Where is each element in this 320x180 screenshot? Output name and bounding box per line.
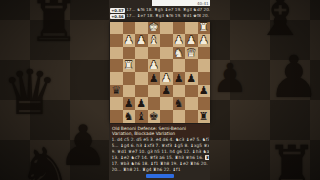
square[interactable] bbox=[185, 59, 198, 72]
square[interactable] bbox=[185, 110, 198, 123]
black-piece[interactable]: ♟ bbox=[124, 98, 134, 109]
video-frame: ♜♝♛♟♟♟♞♜ 40:41 +0.5717... ♞f6 18. ♜g5 ♝e… bbox=[0, 0, 320, 180]
square[interactable] bbox=[148, 97, 161, 110]
square[interactable]: ♜ bbox=[198, 22, 211, 35]
black-piece[interactable]: ♟ bbox=[199, 85, 209, 96]
square[interactable] bbox=[185, 97, 198, 110]
square[interactable]: ♟ bbox=[123, 34, 136, 47]
square[interactable]: ♞ bbox=[123, 110, 136, 123]
black-piece[interactable]: ♟ bbox=[161, 85, 171, 96]
square[interactable] bbox=[110, 110, 123, 123]
square[interactable]: ♝ bbox=[148, 34, 161, 47]
black-piece[interactable]: ♟ bbox=[149, 72, 159, 83]
square[interactable] bbox=[135, 22, 148, 35]
square[interactable] bbox=[160, 59, 173, 72]
black-piece[interactable]: ♟ bbox=[174, 72, 184, 83]
square[interactable]: ♟ bbox=[135, 34, 148, 47]
move-list[interactable]: 1. d4 c5 2. d5 e5 3. e4 d6 4. ♞c3 ♝e7 5.… bbox=[110, 137, 210, 174]
square[interactable]: ♟ bbox=[148, 59, 161, 72]
square[interactable]: ♝ bbox=[135, 110, 148, 123]
engine-line[interactable]: +0.5617... ♝e7 18. ♜g3 ♞f6 19. ♛d1 ♚f8 2… bbox=[110, 14, 210, 20]
white-piece[interactable]: ♜ bbox=[199, 22, 209, 33]
white-piece[interactable]: ♟ bbox=[124, 34, 134, 45]
square[interactable] bbox=[160, 47, 173, 60]
timestamp: 40:41 bbox=[197, 1, 210, 6]
square[interactable] bbox=[198, 47, 211, 60]
black-piece[interactable]: ♞ bbox=[124, 110, 134, 121]
square[interactable] bbox=[185, 85, 198, 98]
black-piece[interactable]: ♚ bbox=[149, 110, 159, 121]
square[interactable]: ♟ bbox=[198, 85, 211, 98]
move-list-line[interactable]: 5... ♝g4 6. h3 ♝xf3 7. ♛xf3 ♝g5 8. ♝xg5 … bbox=[112, 143, 209, 149]
square[interactable] bbox=[160, 97, 173, 110]
square[interactable] bbox=[198, 59, 211, 72]
square[interactable] bbox=[110, 22, 123, 35]
square[interactable] bbox=[198, 97, 211, 110]
square[interactable] bbox=[110, 34, 123, 47]
black-piece[interactable]: ♟ bbox=[186, 72, 196, 83]
square[interactable]: ♜ bbox=[198, 110, 211, 123]
square[interactable]: ♛ bbox=[110, 85, 123, 98]
square[interactable]: ♟ bbox=[185, 72, 198, 85]
square[interactable] bbox=[135, 47, 148, 60]
black-piece[interactable]: ♛ bbox=[111, 85, 121, 96]
white-piece[interactable]: ♞ bbox=[174, 47, 184, 58]
engine-line-moves: 17... ♞f6 18. ♜g5 ♝e7 19. ♜g3 ♞d7 20. ♛d… bbox=[126, 8, 210, 13]
white-piece[interactable]: ♟ bbox=[199, 34, 209, 45]
square[interactable]: ♞ bbox=[173, 47, 186, 60]
square[interactable]: ♟ bbox=[123, 97, 136, 110]
bottom-blue-bar[interactable] bbox=[146, 174, 174, 178]
black-piece[interactable]: ♟ bbox=[136, 98, 146, 109]
white-piece[interactable]: ♟ bbox=[161, 72, 171, 83]
square[interactable]: ♟ bbox=[160, 85, 173, 98]
black-piece[interactable]: ♜ bbox=[199, 110, 209, 121]
square[interactable] bbox=[110, 97, 123, 110]
square[interactable] bbox=[110, 59, 123, 72]
white-piece[interactable]: ♛ bbox=[186, 47, 196, 58]
square[interactable] bbox=[123, 85, 136, 98]
engine-analysis: +0.5717... ♞f6 18. ♜g5 ♝e7 19. ♜g3 ♞d7 2… bbox=[110, 8, 210, 20]
square[interactable] bbox=[135, 59, 148, 72]
white-piece[interactable]: ♟ bbox=[186, 34, 196, 45]
square[interactable] bbox=[135, 72, 148, 85]
square[interactable] bbox=[123, 47, 136, 60]
engine-line-moves: 17... ♝e7 18. ♜g3 ♞f6 19. ♛d1 ♚f8 20. ♝d… bbox=[126, 14, 210, 19]
square[interactable] bbox=[110, 47, 123, 60]
square[interactable] bbox=[160, 22, 173, 35]
square[interactable]: ♟ bbox=[160, 72, 173, 85]
square[interactable]: ♜ bbox=[123, 59, 136, 72]
eval-badge: +0.56 bbox=[110, 14, 125, 19]
square[interactable]: ♟ bbox=[173, 72, 186, 85]
black-piece[interactable]: ♞ bbox=[174, 98, 184, 109]
white-piece[interactable]: ♜ bbox=[124, 60, 134, 71]
square[interactable]: ♟ bbox=[135, 97, 148, 110]
square[interactable] bbox=[160, 110, 173, 123]
black-piece[interactable]: ♝ bbox=[136, 110, 146, 121]
white-piece[interactable]: ♝ bbox=[149, 34, 159, 45]
current-move-highlight[interactable]: ♜g4 bbox=[205, 155, 209, 160]
move-list-line[interactable]: 1. d4 c5 2. d5 e5 3. e4 d6 4. ♞c3 ♝e7 5.… bbox=[112, 137, 209, 143]
chess-board[interactable]: ♚♜♟♟♝♟♟♟♞♛♜♟♟♟♟♟♛♟♟♟♟♞♞♝♚♜ bbox=[110, 22, 210, 123]
square[interactable] bbox=[173, 85, 186, 98]
square[interactable]: ♛ bbox=[185, 47, 198, 60]
square[interactable] bbox=[123, 22, 136, 35]
white-piece[interactable]: ♟ bbox=[149, 60, 159, 71]
square[interactable]: ♞ bbox=[173, 97, 186, 110]
square[interactable] bbox=[123, 72, 136, 85]
square[interactable]: ♟ bbox=[173, 34, 186, 47]
square[interactable] bbox=[148, 85, 161, 98]
square[interactable]: ♟ bbox=[185, 34, 198, 47]
square[interactable] bbox=[173, 22, 186, 35]
white-piece[interactable]: ♟ bbox=[136, 34, 146, 45]
top-bar: 40:41 bbox=[152, 0, 210, 6]
square[interactable] bbox=[198, 72, 211, 85]
square[interactable]: ♚ bbox=[148, 22, 161, 35]
white-piece[interactable]: ♚ bbox=[149, 22, 159, 33]
square[interactable] bbox=[135, 85, 148, 98]
white-piece[interactable]: ♟ bbox=[174, 34, 184, 45]
move-list-line[interactable]: 20... ♜h8 21. ♜g4 ♜h6 22. ♝f1 bbox=[112, 167, 209, 173]
square[interactable]: ♟ bbox=[198, 34, 211, 47]
eval-badge: +0.57 bbox=[110, 8, 125, 13]
square[interactable] bbox=[173, 110, 186, 123]
square[interactable]: ♟ bbox=[148, 72, 161, 85]
square[interactable] bbox=[185, 22, 198, 35]
square[interactable] bbox=[110, 72, 123, 85]
square[interactable] bbox=[173, 59, 186, 72]
square[interactable]: ♚ bbox=[148, 110, 161, 123]
square[interactable] bbox=[148, 47, 161, 60]
square[interactable] bbox=[160, 34, 173, 47]
